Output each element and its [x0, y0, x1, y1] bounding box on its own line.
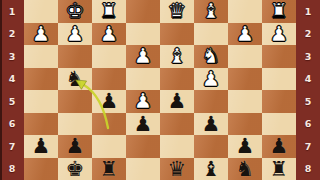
- square-g1[interactable]: ♚: [58, 0, 92, 23]
- square-c1[interactable]: ♝: [194, 0, 228, 23]
- white-rook: ♜: [100, 0, 119, 23]
- square-c3[interactable]: ♞: [194, 45, 228, 68]
- square-d4[interactable]: [160, 68, 194, 91]
- rank-label-right-5: 5: [296, 90, 320, 113]
- black-pawn: ♟: [236, 135, 255, 158]
- square-a8[interactable]: ♜: [262, 158, 296, 181]
- black-knight: ♞: [236, 158, 255, 181]
- rank-label-left-5: 5: [0, 90, 24, 113]
- square-a7[interactable]: ♟: [262, 135, 296, 158]
- square-h1[interactable]: [24, 0, 58, 23]
- white-pawn: ♟: [236, 23, 255, 46]
- square-b4[interactable]: [228, 68, 262, 91]
- rank-label-left-8: 8: [0, 158, 24, 181]
- square-h7[interactable]: ♟: [24, 135, 58, 158]
- square-b5[interactable]: [228, 90, 262, 113]
- rank-label-left-1: 1: [0, 0, 24, 23]
- black-bishop: ♝: [202, 158, 221, 181]
- square-h2[interactable]: ♟: [24, 23, 58, 46]
- square-f2[interactable]: ♟: [92, 23, 126, 46]
- white-pawn: ♟: [100, 23, 119, 46]
- rank-label-right-8: 8: [296, 158, 320, 181]
- square-g7[interactable]: ♟: [58, 135, 92, 158]
- square-f1[interactable]: ♜: [92, 0, 126, 23]
- square-f3[interactable]: [92, 45, 126, 68]
- square-b6[interactable]: [228, 113, 262, 136]
- rank-label-right-6: 6: [296, 113, 320, 136]
- square-a6[interactable]: [262, 113, 296, 136]
- white-queen: ♛: [168, 0, 187, 23]
- black-pawn: ♟: [100, 90, 119, 113]
- square-d8[interactable]: ♛: [160, 158, 194, 181]
- white-knight: ♞: [202, 45, 221, 68]
- black-king: ♚: [66, 158, 85, 181]
- black-pawn: ♟: [134, 113, 153, 136]
- square-g2[interactable]: ♟: [58, 23, 92, 46]
- square-e2[interactable]: [126, 23, 160, 46]
- rank-label-left-2: 2: [0, 23, 24, 46]
- square-f4[interactable]: [92, 68, 126, 91]
- rank-label-left-6: 6: [0, 113, 24, 136]
- rank-label-right-2: 2: [296, 23, 320, 46]
- square-c7[interactable]: [194, 135, 228, 158]
- white-pawn: ♟: [134, 90, 153, 113]
- square-f6[interactable]: [92, 113, 126, 136]
- rank-label-right-4: 4: [296, 68, 320, 91]
- square-h8[interactable]: [24, 158, 58, 181]
- rank-label-left-4: 4: [0, 68, 24, 91]
- square-c4[interactable]: ♟: [194, 68, 228, 91]
- rank-label-right-7: 7: [296, 135, 320, 158]
- square-d6[interactable]: [160, 113, 194, 136]
- square-g4[interactable]: ♞: [58, 68, 92, 91]
- square-d1[interactable]: ♛: [160, 0, 194, 23]
- white-pawn: ♟: [202, 68, 221, 91]
- square-e6[interactable]: ♟: [126, 113, 160, 136]
- black-pawn: ♟: [168, 90, 187, 113]
- square-c6[interactable]: ♟: [194, 113, 228, 136]
- square-b1[interactable]: [228, 0, 262, 23]
- white-pawn: ♟: [32, 23, 51, 46]
- square-a5[interactable]: [262, 90, 296, 113]
- square-c8[interactable]: ♝: [194, 158, 228, 181]
- square-e4[interactable]: [126, 68, 160, 91]
- square-h5[interactable]: [24, 90, 58, 113]
- square-a4[interactable]: [262, 68, 296, 91]
- rank-labels-left: 12345678: [0, 0, 24, 180]
- black-rook: ♜: [270, 158, 289, 181]
- square-b8[interactable]: ♞: [228, 158, 262, 181]
- black-pawn: ♟: [202, 113, 221, 136]
- square-f7[interactable]: [92, 135, 126, 158]
- square-a2[interactable]: ♟: [262, 23, 296, 46]
- square-b2[interactable]: ♟: [228, 23, 262, 46]
- square-d7[interactable]: [160, 135, 194, 158]
- square-b7[interactable]: ♟: [228, 135, 262, 158]
- square-g5[interactable]: [58, 90, 92, 113]
- square-d5[interactable]: ♟: [160, 90, 194, 113]
- square-b3[interactable]: [228, 45, 262, 68]
- square-h3[interactable]: [24, 45, 58, 68]
- rank-label-right-1: 1: [296, 0, 320, 23]
- square-a1[interactable]: ♜: [262, 0, 296, 23]
- rank-label-right-3: 3: [296, 45, 320, 68]
- black-knight: ♞: [66, 68, 85, 91]
- white-bishop: ♝: [202, 0, 221, 23]
- black-pawn: ♟: [270, 135, 289, 158]
- black-queen: ♛: [168, 158, 187, 181]
- white-king: ♚: [66, 0, 85, 23]
- square-e7[interactable]: [126, 135, 160, 158]
- square-h6[interactable]: [24, 113, 58, 136]
- chess-board: ♚♜♛♝♜♟♟♟♟♟♟♝♞♞♟♟♟♟♟♟♟♟♟♟♚♜♛♝♞♜: [24, 0, 296, 180]
- rank-label-left-7: 7: [0, 135, 24, 158]
- square-c2[interactable]: [194, 23, 228, 46]
- square-g6[interactable]: [58, 113, 92, 136]
- square-h4[interactable]: [24, 68, 58, 91]
- square-c5[interactable]: [194, 90, 228, 113]
- white-pawn: ♟: [134, 45, 153, 68]
- white-pawn: ♟: [270, 23, 289, 46]
- square-e8[interactable]: [126, 158, 160, 181]
- square-f8[interactable]: ♜: [92, 158, 126, 181]
- chess-diagram: 12345678 ♚♜♛♝♜♟♟♟♟♟♟♝♞♞♟♟♟♟♟♟♟♟♟♟♚♜♛♝♞♜ …: [0, 0, 320, 180]
- square-d2[interactable]: [160, 23, 194, 46]
- square-g3[interactable]: [58, 45, 92, 68]
- square-e5[interactable]: ♟: [126, 90, 160, 113]
- square-g8[interactable]: ♚: [58, 158, 92, 181]
- square-d3[interactable]: ♝: [160, 45, 194, 68]
- black-rook: ♜: [100, 158, 119, 181]
- rank-labels-right: 12345678: [296, 0, 320, 180]
- black-pawn: ♟: [66, 135, 85, 158]
- square-f5[interactable]: ♟: [92, 90, 126, 113]
- rank-label-left-3: 3: [0, 45, 24, 68]
- black-pawn: ♟: [32, 135, 51, 158]
- square-a3[interactable]: [262, 45, 296, 68]
- white-rook: ♜: [270, 0, 289, 23]
- white-bishop: ♝: [168, 45, 187, 68]
- square-e1[interactable]: [126, 0, 160, 23]
- white-pawn: ♟: [66, 23, 85, 46]
- square-e3[interactable]: ♟: [126, 45, 160, 68]
